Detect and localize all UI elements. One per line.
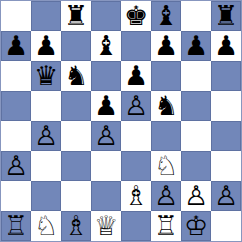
black-rook[interactable]: ♜ xyxy=(64,2,88,29)
white-pawn[interactable]: ♙ xyxy=(94,122,118,149)
white-pawn[interactable]: ♙ xyxy=(214,182,238,209)
black-king[interactable]: ♚ xyxy=(124,2,148,29)
square-f7[interactable]: ♟ xyxy=(151,31,181,61)
square-d4[interactable]: ♙ xyxy=(91,121,121,151)
white-rook[interactable]: ♖ xyxy=(154,212,178,239)
black-pawn[interactable]: ♟ xyxy=(154,32,178,59)
square-b5[interactable] xyxy=(31,91,61,121)
square-c7[interactable] xyxy=(61,31,91,61)
black-bishop[interactable]: ♝ xyxy=(154,2,178,29)
square-h7[interactable]: ♟ xyxy=(211,31,241,61)
square-e4[interactable] xyxy=(121,121,151,151)
square-b3[interactable] xyxy=(31,151,61,181)
square-d6[interactable] xyxy=(91,61,121,91)
white-queen[interactable]: ♕ xyxy=(94,212,118,239)
black-pawn[interactable]: ♟ xyxy=(4,32,28,59)
square-a1[interactable]: ♖ xyxy=(1,211,31,241)
square-f3[interactable]: ♘ xyxy=(151,151,181,181)
white-pawn[interactable]: ♙ xyxy=(154,182,178,209)
black-pawn[interactable]: ♟ xyxy=(94,92,118,119)
square-e6[interactable]: ♟ xyxy=(121,61,151,91)
square-h8[interactable]: ♜ xyxy=(211,1,241,31)
white-pawn[interactable]: ♙ xyxy=(34,122,58,149)
square-c5[interactable] xyxy=(61,91,91,121)
white-rook[interactable]: ♖ xyxy=(4,212,28,239)
black-pawn[interactable]: ♟ xyxy=(124,62,148,89)
square-b1[interactable]: ♘ xyxy=(31,211,61,241)
square-c8[interactable]: ♜ xyxy=(61,1,91,31)
square-c2[interactable] xyxy=(61,181,91,211)
square-d7[interactable]: ♝ xyxy=(91,31,121,61)
black-queen[interactable]: ♛ xyxy=(34,62,58,89)
square-a7[interactable]: ♟ xyxy=(1,31,31,61)
white-bishop[interactable]: ♗ xyxy=(124,182,148,209)
square-e2[interactable]: ♗ xyxy=(121,181,151,211)
square-g2[interactable]: ♙ xyxy=(181,181,211,211)
square-b4[interactable]: ♙ xyxy=(31,121,61,151)
square-a6[interactable] xyxy=(1,61,31,91)
white-knight[interactable]: ♘ xyxy=(34,212,58,239)
square-a4[interactable] xyxy=(1,121,31,151)
square-b6[interactable]: ♛ xyxy=(31,61,61,91)
square-h1[interactable] xyxy=(211,211,241,241)
square-h2[interactable]: ♙ xyxy=(211,181,241,211)
black-bishop[interactable]: ♝ xyxy=(94,32,118,59)
black-knight[interactable]: ♞ xyxy=(64,62,88,89)
square-h4[interactable] xyxy=(211,121,241,151)
square-d1[interactable]: ♕ xyxy=(91,211,121,241)
square-b8[interactable] xyxy=(31,1,61,31)
black-rook[interactable]: ♜ xyxy=(214,2,238,29)
square-h5[interactable] xyxy=(211,91,241,121)
square-e1[interactable] xyxy=(121,211,151,241)
white-king[interactable]: ♔ xyxy=(184,212,208,239)
square-f8[interactable]: ♝ xyxy=(151,1,181,31)
square-c4[interactable] xyxy=(61,121,91,151)
white-pawn[interactable]: ♙ xyxy=(124,92,148,119)
square-h3[interactable] xyxy=(211,151,241,181)
square-a5[interactable] xyxy=(1,91,31,121)
white-bishop[interactable]: ♗ xyxy=(64,212,88,239)
black-pawn[interactable]: ♟ xyxy=(184,32,208,59)
square-f1[interactable]: ♖ xyxy=(151,211,181,241)
white-knight[interactable]: ♘ xyxy=(154,152,178,179)
square-f4[interactable] xyxy=(151,121,181,151)
square-f6[interactable] xyxy=(151,61,181,91)
square-h6[interactable] xyxy=(211,61,241,91)
square-f5[interactable]: ♞ xyxy=(151,91,181,121)
square-g8[interactable] xyxy=(181,1,211,31)
white-pawn[interactable]: ♙ xyxy=(4,152,28,179)
square-a2[interactable] xyxy=(1,181,31,211)
white-pawn[interactable]: ♙ xyxy=(184,182,208,209)
square-e3[interactable] xyxy=(121,151,151,181)
square-c1[interactable]: ♗ xyxy=(61,211,91,241)
square-e8[interactable]: ♚ xyxy=(121,1,151,31)
square-a8[interactable] xyxy=(1,1,31,31)
square-g1[interactable]: ♔ xyxy=(181,211,211,241)
chessboard: ♜♚♝♜♟♟♝♟♟♟♛♞♟♟♙♞♙♙♙♘♗♙♙♙♖♘♗♕♖♔ xyxy=(0,0,242,242)
square-d2[interactable] xyxy=(91,181,121,211)
square-g3[interactable] xyxy=(181,151,211,181)
square-b7[interactable]: ♟ xyxy=(31,31,61,61)
square-f2[interactable]: ♙ xyxy=(151,181,181,211)
square-a3[interactable]: ♙ xyxy=(1,151,31,181)
square-b2[interactable] xyxy=(31,181,61,211)
square-e7[interactable] xyxy=(121,31,151,61)
black-knight[interactable]: ♞ xyxy=(154,92,178,119)
square-g5[interactable] xyxy=(181,91,211,121)
square-g7[interactable]: ♟ xyxy=(181,31,211,61)
black-pawn[interactable]: ♟ xyxy=(34,32,58,59)
square-d3[interactable] xyxy=(91,151,121,181)
square-c6[interactable]: ♞ xyxy=(61,61,91,91)
square-g4[interactable] xyxy=(181,121,211,151)
square-d8[interactable] xyxy=(91,1,121,31)
square-g6[interactable] xyxy=(181,61,211,91)
black-pawn[interactable]: ♟ xyxy=(214,32,238,59)
square-e5[interactable]: ♙ xyxy=(121,91,151,121)
square-d5[interactable]: ♟ xyxy=(91,91,121,121)
square-c3[interactable] xyxy=(61,151,91,181)
